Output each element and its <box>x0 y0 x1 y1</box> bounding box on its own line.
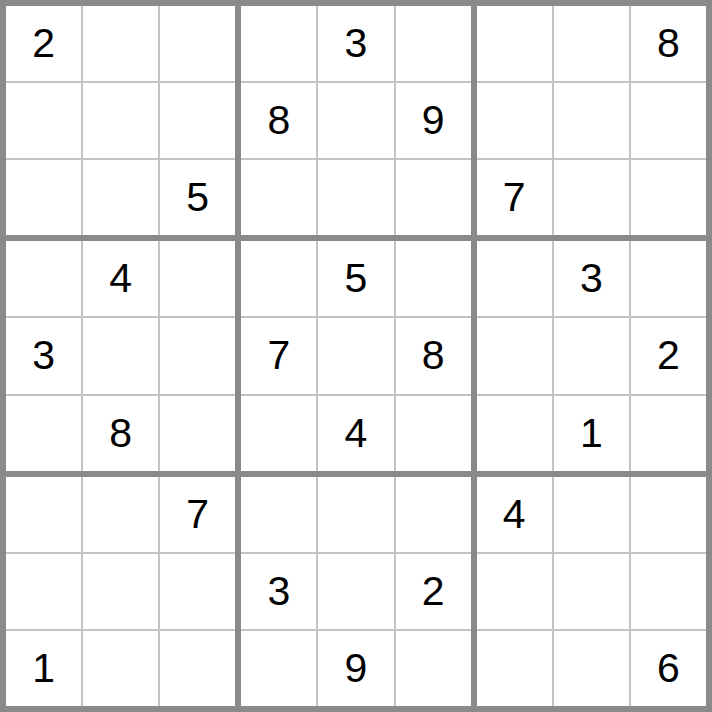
cell-r2c9[interactable] <box>631 83 706 158</box>
cell-r9c9[interactable]: 6 <box>631 631 706 706</box>
cell-r9c8[interactable] <box>554 631 629 706</box>
given-digit: 9 <box>345 648 368 689</box>
cell-r1c6[interactable] <box>396 6 471 81</box>
cell-r2c4[interactable]: 8 <box>241 83 316 158</box>
given-digit: 3 <box>345 23 368 64</box>
cell-r2c2[interactable] <box>83 83 158 158</box>
cell-r1c8[interactable] <box>554 6 629 81</box>
cell-r4c2[interactable]: 4 <box>83 241 158 316</box>
sudoku-box-1: 25 <box>6 6 235 235</box>
cell-r7c3[interactable]: 7 <box>160 477 235 552</box>
given-digit: 8 <box>109 413 132 454</box>
cell-r6c6[interactable] <box>396 396 471 471</box>
cell-r8c2[interactable] <box>83 554 158 629</box>
cell-r3c9[interactable] <box>631 160 706 235</box>
cell-r2c6[interactable]: 9 <box>396 83 471 158</box>
cell-r5c3[interactable] <box>160 318 235 393</box>
cell-r1c3[interactable] <box>160 6 235 81</box>
cell-r4c7[interactable] <box>477 241 552 316</box>
cell-r8c9[interactable] <box>631 554 706 629</box>
cell-r7c1[interactable] <box>6 477 81 552</box>
cell-r7c9[interactable] <box>631 477 706 552</box>
given-digit: 1 <box>580 413 603 454</box>
given-digit: 1 <box>32 648 55 689</box>
given-digit: 3 <box>32 335 55 376</box>
cell-r2c7[interactable] <box>477 83 552 158</box>
cell-r6c3[interactable] <box>160 396 235 471</box>
cell-r5c8[interactable] <box>554 318 629 393</box>
cell-r3c2[interactable] <box>83 160 158 235</box>
given-digit: 8 <box>657 23 680 64</box>
cell-r1c5[interactable]: 3 <box>318 6 393 81</box>
cell-r4c5[interactable]: 5 <box>318 241 393 316</box>
given-digit: 5 <box>345 258 368 299</box>
cell-r7c8[interactable] <box>554 477 629 552</box>
cell-r6c4[interactable] <box>241 396 316 471</box>
cell-r6c8[interactable]: 1 <box>554 396 629 471</box>
cell-r4c8[interactable]: 3 <box>554 241 629 316</box>
cell-r2c1[interactable] <box>6 83 81 158</box>
sudoku-box-3: 87 <box>477 6 706 235</box>
sudoku-box-5: 5784 <box>241 241 470 470</box>
given-digit: 7 <box>503 177 526 218</box>
cell-r4c6[interactable] <box>396 241 471 316</box>
cell-r3c5[interactable] <box>318 160 393 235</box>
cell-r8c5[interactable] <box>318 554 393 629</box>
cell-r3c1[interactable] <box>6 160 81 235</box>
given-digit: 9 <box>422 100 445 141</box>
given-digit: 4 <box>345 413 368 454</box>
cell-r4c4[interactable] <box>241 241 316 316</box>
cell-r7c7[interactable]: 4 <box>477 477 552 552</box>
cell-r9c6[interactable] <box>396 631 471 706</box>
cell-r1c4[interactable] <box>241 6 316 81</box>
cell-r8c3[interactable] <box>160 554 235 629</box>
sudoku-board: 253898743857843217132946 <box>0 0 712 712</box>
cell-r7c4[interactable] <box>241 477 316 552</box>
cell-r3c3[interactable]: 5 <box>160 160 235 235</box>
cell-r6c7[interactable] <box>477 396 552 471</box>
cell-r2c8[interactable] <box>554 83 629 158</box>
cell-r4c9[interactable] <box>631 241 706 316</box>
cell-r6c5[interactable]: 4 <box>318 396 393 471</box>
cell-r6c9[interactable] <box>631 396 706 471</box>
given-digit: 2 <box>657 335 680 376</box>
cell-r9c7[interactable] <box>477 631 552 706</box>
cell-r3c7[interactable]: 7 <box>477 160 552 235</box>
given-digit: 4 <box>109 258 132 299</box>
cell-r5c9[interactable]: 2 <box>631 318 706 393</box>
cell-r9c2[interactable] <box>83 631 158 706</box>
given-digit: 3 <box>580 258 603 299</box>
given-digit: 5 <box>186 177 209 218</box>
given-digit: 3 <box>267 571 290 612</box>
cell-r3c6[interactable] <box>396 160 471 235</box>
sudoku-box-7: 71 <box>6 477 235 706</box>
cell-r6c1[interactable] <box>6 396 81 471</box>
given-digit: 2 <box>422 571 445 612</box>
sudoku-box-8: 329 <box>241 477 470 706</box>
sudoku-box-4: 438 <box>6 241 235 470</box>
cell-r3c4[interactable] <box>241 160 316 235</box>
cell-r7c2[interactable] <box>83 477 158 552</box>
cell-r8c4[interactable]: 3 <box>241 554 316 629</box>
given-digit: 6 <box>657 648 680 689</box>
cell-r1c7[interactable] <box>477 6 552 81</box>
cell-r9c5[interactable]: 9 <box>318 631 393 706</box>
cell-r4c3[interactable] <box>160 241 235 316</box>
sudoku-box-6: 321 <box>477 241 706 470</box>
cell-r6c2[interactable]: 8 <box>83 396 158 471</box>
cell-r4c1[interactable] <box>6 241 81 316</box>
cell-r9c3[interactable] <box>160 631 235 706</box>
cell-r8c1[interactable] <box>6 554 81 629</box>
cell-r9c1[interactable]: 1 <box>6 631 81 706</box>
cell-r5c2[interactable] <box>83 318 158 393</box>
cell-r8c6[interactable]: 2 <box>396 554 471 629</box>
cell-r1c2[interactable] <box>83 6 158 81</box>
cell-r5c1[interactable]: 3 <box>6 318 81 393</box>
given-digit: 7 <box>186 494 209 535</box>
cell-r3c8[interactable] <box>554 160 629 235</box>
given-digit: 8 <box>422 335 445 376</box>
cell-r8c8[interactable] <box>554 554 629 629</box>
cell-r5c6[interactable]: 8 <box>396 318 471 393</box>
cell-r7c6[interactable] <box>396 477 471 552</box>
cell-r1c1[interactable]: 2 <box>6 6 81 81</box>
sudoku-box-9: 46 <box>477 477 706 706</box>
given-digit: 7 <box>267 335 290 376</box>
given-digit: 2 <box>32 23 55 64</box>
cell-r2c5[interactable] <box>318 83 393 158</box>
cell-r5c4[interactable]: 7 <box>241 318 316 393</box>
given-digit: 4 <box>503 494 526 535</box>
sudoku-box-2: 389 <box>241 6 470 235</box>
cell-r9c4[interactable] <box>241 631 316 706</box>
cell-r5c5[interactable] <box>318 318 393 393</box>
cell-r8c7[interactable] <box>477 554 552 629</box>
cell-r2c3[interactable] <box>160 83 235 158</box>
cell-r7c5[interactable] <box>318 477 393 552</box>
cell-r1c9[interactable]: 8 <box>631 6 706 81</box>
given-digit: 8 <box>267 100 290 141</box>
cell-r5c7[interactable] <box>477 318 552 393</box>
